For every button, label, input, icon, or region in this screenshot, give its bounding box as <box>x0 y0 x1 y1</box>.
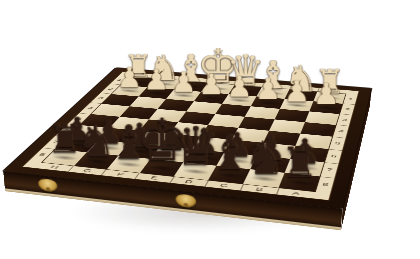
chess-box: HGFEDCBA HGFEDCBA 12345678 12345678 ♜♞♝♚… <box>3 68 371 209</box>
photo-background: HGFEDCBA HGFEDCBA 12345678 12345678 ♜♞♝♚… <box>0 0 420 259</box>
brass-clasp <box>176 193 197 208</box>
scene: HGFEDCBA HGFEDCBA 12345678 12345678 ♜♞♝♚… <box>58 0 358 259</box>
brass-clasp <box>38 178 58 192</box>
piece-black-rook: ♜ <box>262 143 336 183</box>
